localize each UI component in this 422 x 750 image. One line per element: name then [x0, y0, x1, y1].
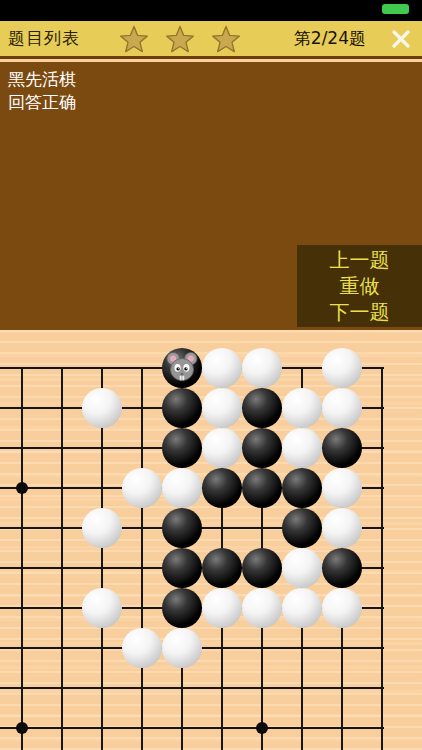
rating-stars — [80, 25, 280, 53]
white-stone — [242, 348, 282, 388]
white-stone — [202, 388, 242, 428]
nav-button-box: 上一题 重做 下一题 — [297, 245, 422, 327]
previous-problem-button[interactable]: 上一题 — [330, 248, 390, 273]
white-stone — [322, 388, 362, 428]
white-stone — [162, 628, 202, 668]
black-stone — [242, 548, 282, 588]
grid-line-vertical — [21, 367, 23, 750]
star-icon — [119, 25, 149, 53]
grid-line-vertical — [381, 367, 383, 750]
progress-label: 第2/24题 — [294, 27, 366, 50]
status-bar — [0, 0, 422, 21]
black-stone-mouse-marker — [162, 348, 202, 388]
black-stone — [242, 388, 282, 428]
white-stone — [82, 588, 122, 628]
white-stone — [322, 468, 362, 508]
task-label: 黑先活棋 — [8, 68, 414, 91]
go-board[interactable] — [0, 330, 422, 750]
white-stone — [282, 428, 322, 468]
white-stone — [282, 388, 322, 428]
header-bar: 题目列表 第2/24题 — [0, 21, 422, 59]
white-stone — [322, 348, 362, 388]
star-point — [256, 722, 268, 734]
mouse-face-icon — [164, 350, 200, 386]
star-icon — [165, 25, 195, 53]
black-stone — [162, 588, 202, 628]
black-stone — [202, 548, 242, 588]
black-stone — [162, 428, 202, 468]
black-stone — [242, 468, 282, 508]
info-panel: 黑先活棋 回答正确 上一题 重做 下一题 — [0, 62, 422, 330]
black-stone — [282, 508, 322, 548]
grid-line-horizontal — [0, 687, 384, 689]
white-stone — [202, 348, 242, 388]
star-icon — [211, 25, 241, 53]
white-stone — [82, 508, 122, 548]
grid-line-vertical — [61, 367, 63, 750]
black-stone — [282, 468, 322, 508]
app-window: 题目列表 第2/24题 黑先活棋 回答正确 上一题 重做 下一题 — [0, 0, 422, 750]
white-stone — [282, 548, 322, 588]
white-stone — [122, 468, 162, 508]
grid-line-horizontal — [0, 727, 384, 729]
redo-button[interactable]: 重做 — [340, 274, 380, 299]
black-stone — [202, 468, 242, 508]
black-stone — [162, 388, 202, 428]
grid-line-vertical — [141, 367, 143, 750]
white-stone — [242, 588, 282, 628]
close-icon[interactable] — [388, 26, 414, 52]
next-problem-button[interactable]: 下一题 — [330, 300, 390, 325]
black-stone — [322, 548, 362, 588]
white-stone — [322, 508, 362, 548]
white-stone — [202, 428, 242, 468]
black-stone — [242, 428, 282, 468]
result-label: 回答正确 — [8, 91, 414, 114]
white-stone — [282, 588, 322, 628]
black-stone — [162, 548, 202, 588]
problem-list-button[interactable]: 题目列表 — [8, 27, 80, 50]
star-point — [16, 722, 28, 734]
white-stone — [202, 588, 242, 628]
black-stone — [322, 428, 362, 468]
white-stone — [82, 388, 122, 428]
white-stone — [322, 588, 362, 628]
white-stone — [122, 628, 162, 668]
star-point — [16, 482, 28, 494]
battery-icon — [382, 4, 409, 14]
white-stone — [162, 468, 202, 508]
black-stone — [162, 508, 202, 548]
